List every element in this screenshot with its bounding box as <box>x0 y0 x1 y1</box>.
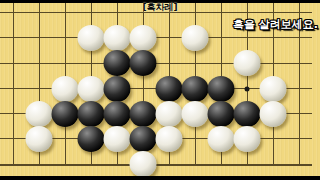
board-intersection[interactable] <box>286 152 312 177</box>
board-intersection[interactable] <box>208 101 234 126</box>
board-intersection[interactable] <box>234 101 260 126</box>
white-stone <box>234 50 261 76</box>
board-intersection[interactable] <box>208 152 234 177</box>
white-stone <box>156 126 183 152</box>
board-intersection[interactable] <box>0 152 26 177</box>
board-intersection[interactable] <box>78 25 104 50</box>
white-stone <box>260 76 287 102</box>
board-intersection[interactable] <box>0 25 26 50</box>
white-stone <box>234 126 261 152</box>
black-stone <box>234 101 261 127</box>
board-intersection[interactable] <box>156 126 182 151</box>
star-point <box>245 86 250 91</box>
black-stone <box>208 76 235 102</box>
board-intersection[interactable] <box>234 126 260 151</box>
board-intersection[interactable] <box>78 126 104 151</box>
board-intersection[interactable] <box>156 152 182 177</box>
board-intersection[interactable] <box>104 51 130 76</box>
white-stone <box>78 76 105 102</box>
white-stone <box>52 76 79 102</box>
white-stone <box>208 126 235 152</box>
board-intersection[interactable] <box>26 51 52 76</box>
board-intersection[interactable] <box>182 25 208 50</box>
board-intersection[interactable] <box>156 76 182 101</box>
board-intersection[interactable] <box>0 51 26 76</box>
board-intersection[interactable] <box>52 126 78 151</box>
white-stone <box>78 25 105 51</box>
black-stone <box>52 101 79 127</box>
black-stone <box>208 101 235 127</box>
board-intersection[interactable] <box>286 51 312 76</box>
black-stone <box>104 101 131 127</box>
board-intersection[interactable] <box>52 101 78 126</box>
board-intersection[interactable] <box>156 101 182 126</box>
board-intersection[interactable] <box>156 51 182 76</box>
board-intersection[interactable] <box>286 126 312 151</box>
black-stone <box>130 50 157 76</box>
white-stone <box>130 151 157 177</box>
board-intersection[interactable] <box>286 76 312 101</box>
board-intersection[interactable] <box>234 51 260 76</box>
black-stone <box>156 76 183 102</box>
board-intersection[interactable] <box>52 76 78 101</box>
board-intersection[interactable] <box>234 76 260 101</box>
board-intersection[interactable] <box>52 51 78 76</box>
board-intersection[interactable] <box>52 25 78 50</box>
board-intersection[interactable] <box>104 101 130 126</box>
board-intersection[interactable] <box>26 76 52 101</box>
board-intersection[interactable] <box>234 152 260 177</box>
board-intersection[interactable] <box>130 51 156 76</box>
board-intersection[interactable] <box>260 76 286 101</box>
board-intersection[interactable] <box>104 152 130 177</box>
instruction-text: 흑을 살려보세요. <box>233 17 318 32</box>
board-intersection[interactable] <box>104 25 130 50</box>
board-intersection[interactable] <box>104 126 130 151</box>
board-intersection[interactable] <box>130 152 156 177</box>
board-intersection[interactable] <box>260 152 286 177</box>
white-stone <box>26 101 53 127</box>
board-intersection[interactable] <box>208 76 234 101</box>
board-intersection[interactable] <box>26 126 52 151</box>
board-intersection[interactable] <box>260 126 286 151</box>
black-stone <box>78 101 105 127</box>
board-intersection[interactable] <box>182 76 208 101</box>
board-intersection[interactable] <box>0 101 26 126</box>
board-intersection[interactable] <box>26 101 52 126</box>
black-stone <box>130 101 157 127</box>
board-intersection[interactable] <box>78 51 104 76</box>
board-intersection[interactable] <box>78 76 104 101</box>
white-stone <box>130 25 157 51</box>
board-intersection[interactable] <box>78 101 104 126</box>
board-intersection[interactable] <box>104 76 130 101</box>
board-intersection[interactable] <box>182 126 208 151</box>
board-intersection[interactable] <box>208 126 234 151</box>
black-stone <box>182 76 209 102</box>
board-intersection[interactable] <box>182 101 208 126</box>
board-intersection[interactable] <box>26 25 52 50</box>
white-stone <box>104 25 131 51</box>
board-intersection[interactable] <box>130 101 156 126</box>
black-stone <box>104 50 131 76</box>
letterbox-bottom-bar <box>0 176 320 180</box>
board-intersection[interactable] <box>26 152 52 177</box>
board-intersection[interactable] <box>0 126 26 151</box>
board-intersection[interactable] <box>208 51 234 76</box>
black-stone <box>130 126 157 152</box>
black-stone <box>78 126 105 152</box>
black-stone <box>104 76 131 102</box>
white-stone <box>182 25 209 51</box>
board-intersection[interactable] <box>208 25 234 50</box>
white-stone <box>26 126 53 152</box>
board-intersection[interactable] <box>130 126 156 151</box>
board-intersection[interactable] <box>130 76 156 101</box>
white-stone <box>260 101 287 127</box>
board-intersection[interactable] <box>156 25 182 50</box>
white-stone <box>182 101 209 127</box>
board-intersection[interactable] <box>182 152 208 177</box>
board-intersection[interactable] <box>78 152 104 177</box>
board-intersection[interactable] <box>286 101 312 126</box>
white-stone <box>104 126 131 152</box>
board-intersection[interactable] <box>52 152 78 177</box>
board-intersection[interactable] <box>182 51 208 76</box>
turn-indicator: [흑차례] <box>0 1 320 14</box>
board-intersection[interactable] <box>130 25 156 50</box>
white-stone <box>156 101 183 127</box>
board-intersection[interactable] <box>260 101 286 126</box>
board-intersection[interactable] <box>260 51 286 76</box>
board-intersection[interactable] <box>0 76 26 101</box>
